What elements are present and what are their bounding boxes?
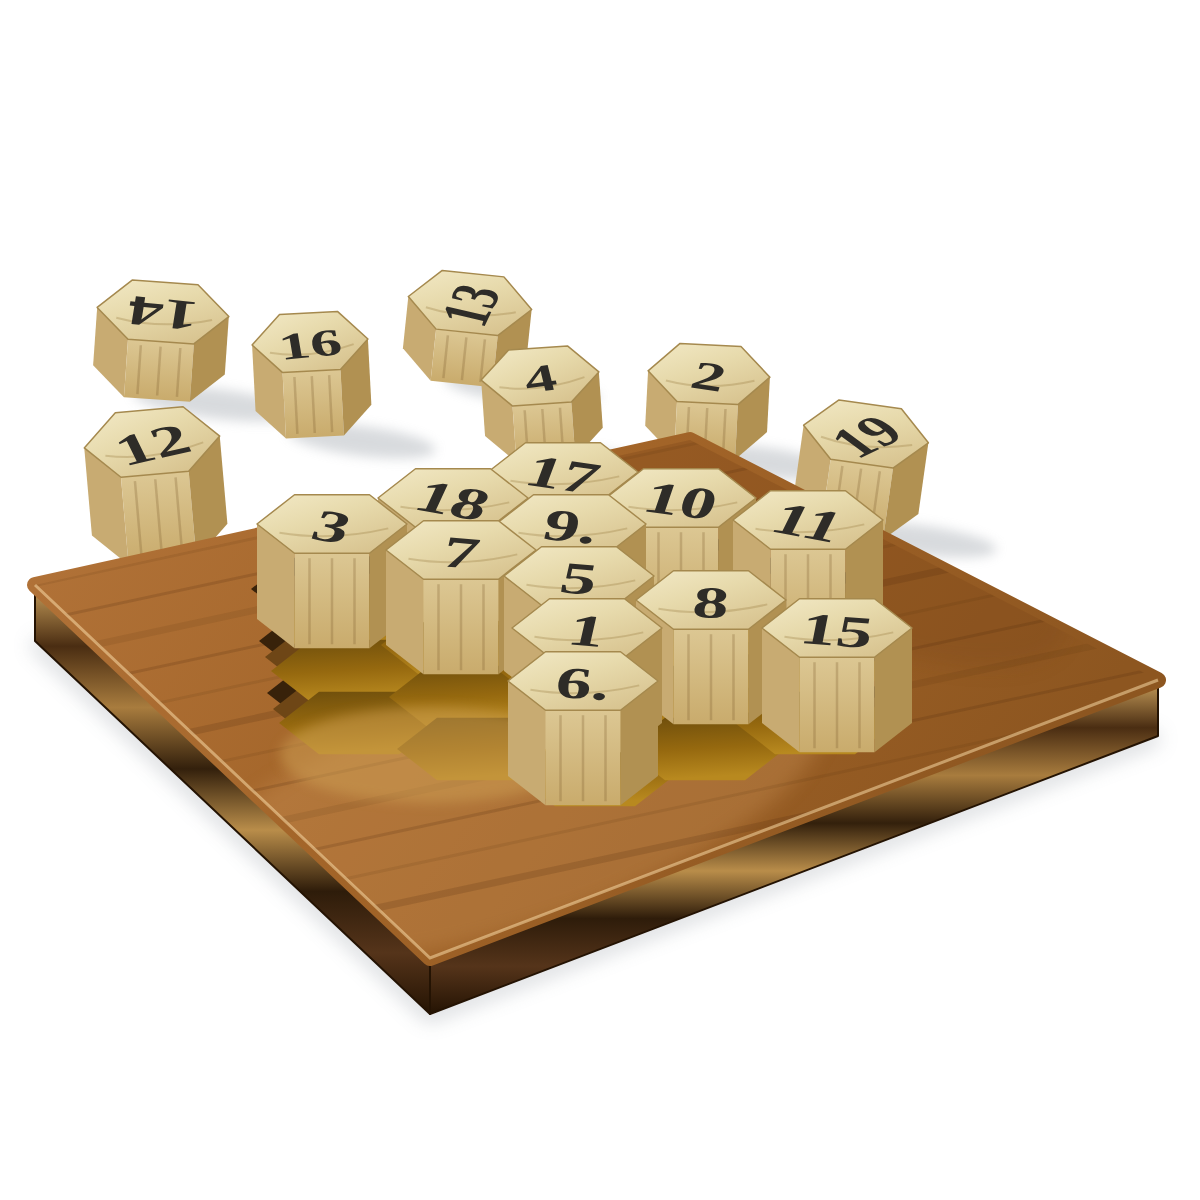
piece-number: 15 — [796, 604, 877, 658]
piece-14[interactable]: 14 — [91, 278, 231, 404]
piece-number: 16 — [275, 321, 345, 368]
piece-number: 8 — [690, 577, 731, 628]
piece-6[interactable]: 6. — [508, 652, 658, 805]
piece-number: 6. — [553, 658, 614, 710]
piece-number: 14 — [124, 286, 202, 340]
piece-16[interactable]: 16 — [251, 310, 373, 440]
aristotle-number-puzzle-photo: 131416241912 1718101139.7581156. — [0, 0, 1200, 1200]
piece-15[interactable]: 15 — [762, 599, 912, 752]
piece-3[interactable]: 3 — [257, 495, 407, 648]
scene: 131416241912 1718101139.7581156. — [0, 0, 1200, 1200]
